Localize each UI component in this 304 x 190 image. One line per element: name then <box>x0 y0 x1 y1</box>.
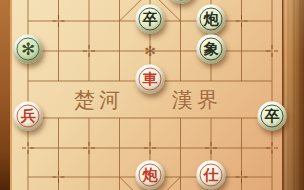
piece-black-face-down-a4[interactable]: ✻ <box>14 35 43 64</box>
piece-red-advisor-g8[interactable]: 仕 <box>197 161 226 190</box>
piece-character: 卒 <box>265 109 280 124</box>
piece-character: 仕 <box>204 168 219 183</box>
piece-red-chariot-e5[interactable]: 車 <box>136 65 165 94</box>
move-source-marker-icon: ✻ <box>144 44 156 58</box>
piece-red-cannon-e8[interactable]: 炮 <box>136 161 165 190</box>
piece-black-soldier-i6[interactable]: 卒 <box>258 102 287 131</box>
piece-character: 炮 <box>143 168 158 183</box>
river-label-right: 漢界 <box>172 86 222 114</box>
piece-black-soldier-e3[interactable]: 卒 <box>136 5 165 34</box>
piece-character: 車 <box>143 72 158 87</box>
piece-character: 兵 <box>21 109 36 124</box>
piece-character: 象 <box>204 42 219 57</box>
hidden-piece-flower-icon: ✻ <box>21 41 35 58</box>
piece-red-soldier-a6[interactable]: 兵 <box>14 102 43 131</box>
piece-black-cannon-g3[interactable]: 炮 <box>197 5 226 34</box>
river-label-left: 楚河 <box>74 86 124 114</box>
piece-character: 炮 <box>204 12 219 27</box>
board-wood-frame-left <box>0 0 12 190</box>
piece-black-elephant-g4[interactable]: 象 <box>197 35 226 64</box>
piece-character: 卒 <box>143 12 158 27</box>
xiangqi-board-view: 楚河 漢界 ✻ 卒炮✻象車兵卒炮仕 <box>0 0 304 190</box>
board-wood-frame-right <box>282 0 304 190</box>
